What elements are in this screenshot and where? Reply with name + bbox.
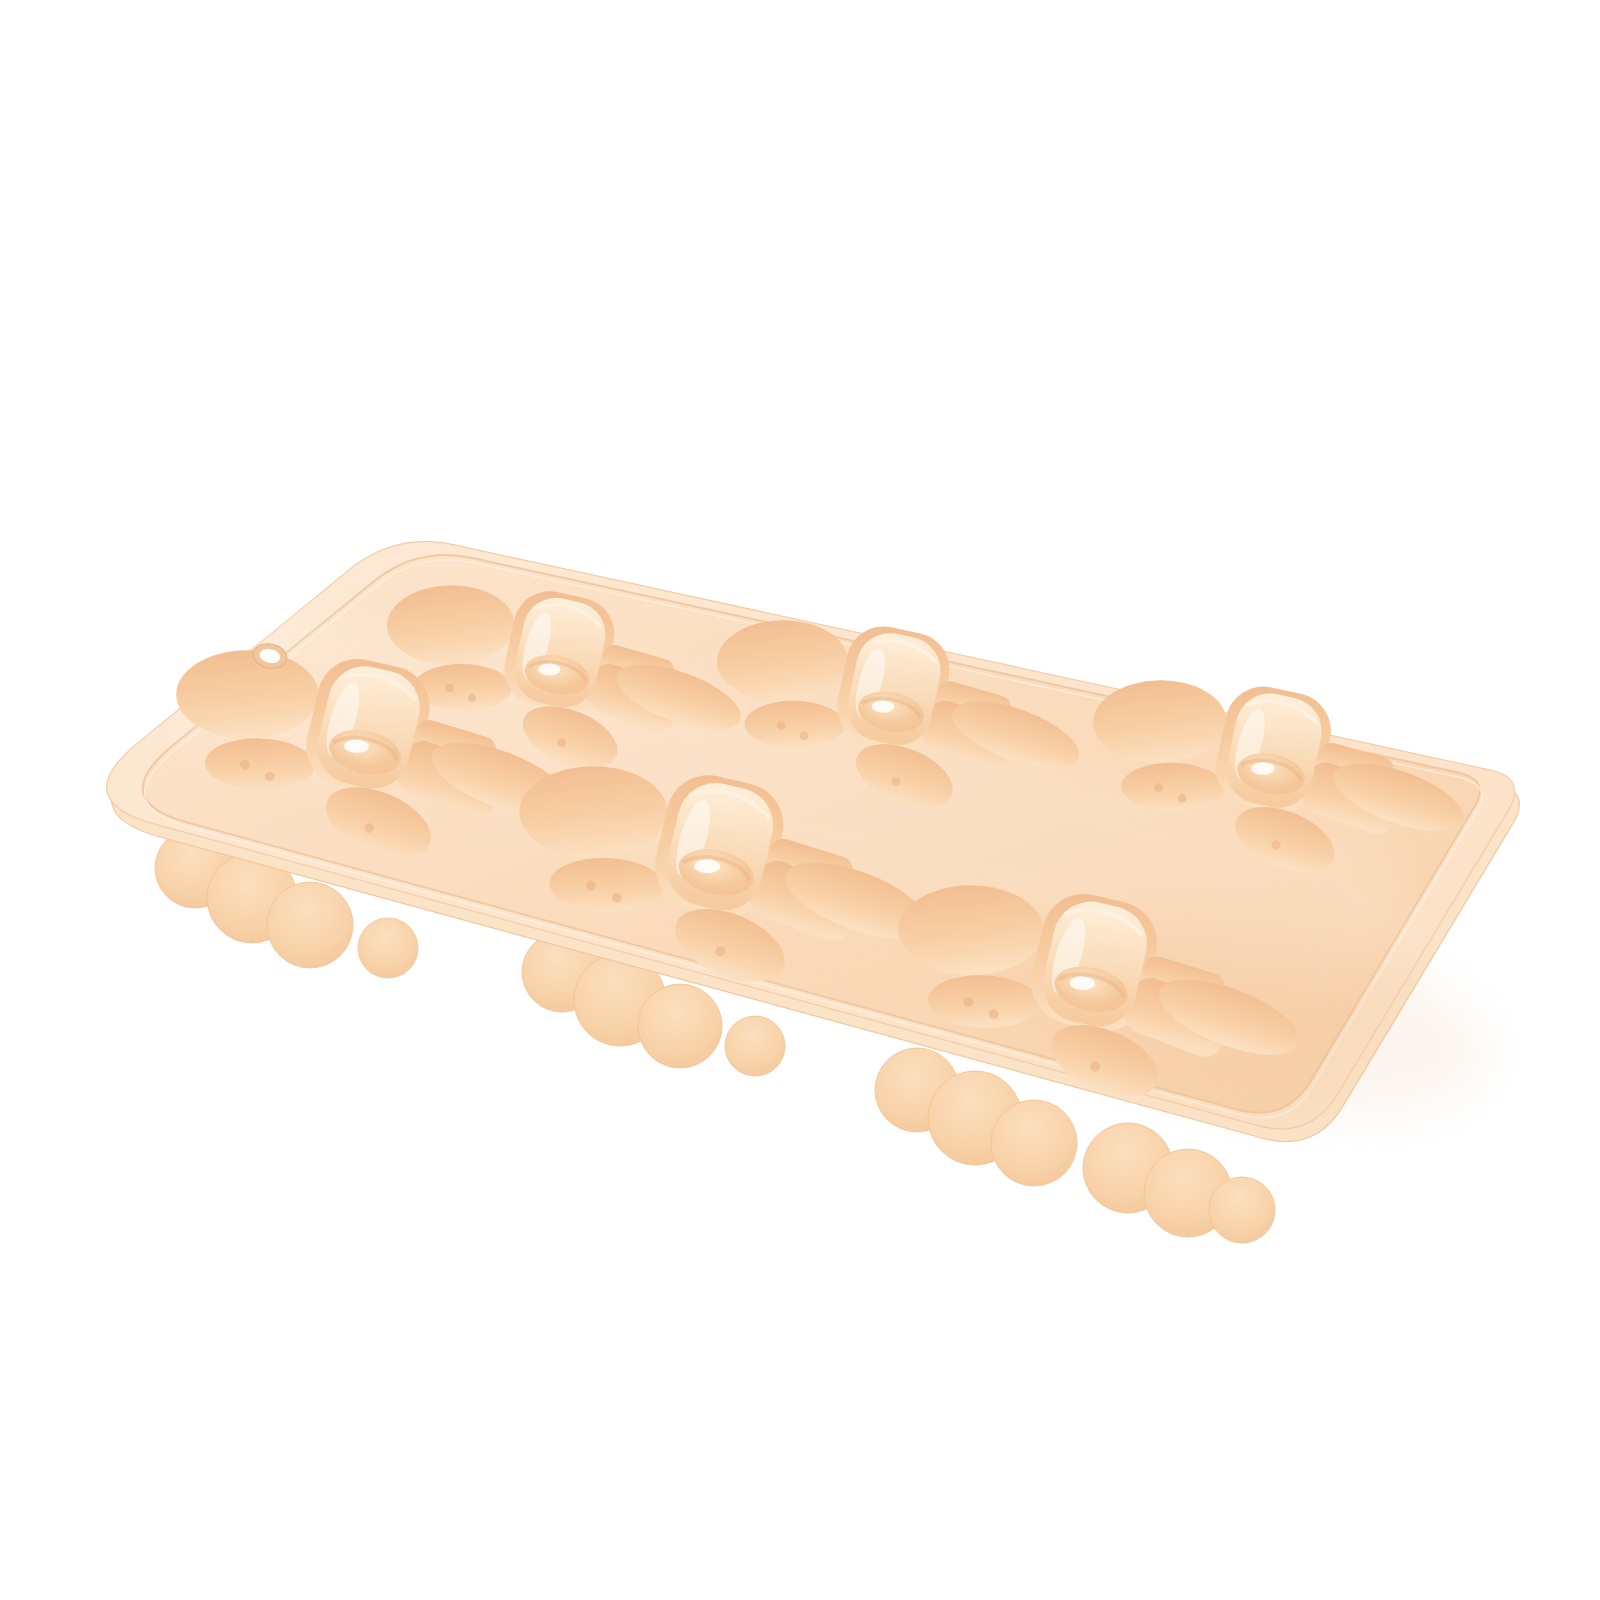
- underside-bump: [725, 1016, 785, 1076]
- butterfly-mold-tray-photo: [0, 0, 1600, 1600]
- product-photo-canvas: [0, 0, 1600, 1600]
- underside-bump: [358, 918, 418, 978]
- underside-bump: [267, 882, 353, 968]
- underside-bump: [638, 984, 722, 1068]
- underside-bump: [1209, 1177, 1275, 1243]
- underside-bump: [991, 1100, 1077, 1186]
